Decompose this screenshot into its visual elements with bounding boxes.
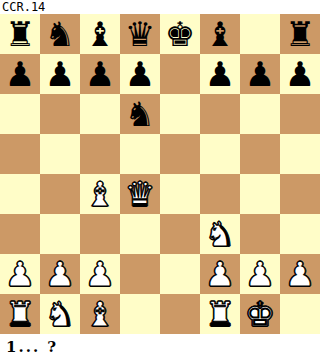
square-h7[interactable]: ♟	[280, 54, 320, 94]
square-b4[interactable]	[40, 174, 80, 214]
square-f3[interactable]: ♞	[200, 214, 240, 254]
black-pawn: ♟	[285, 54, 315, 94]
square-b7[interactable]: ♟	[40, 54, 80, 94]
white-king: ♚	[245, 294, 275, 334]
square-c8[interactable]: ♝	[80, 14, 120, 54]
square-f7[interactable]: ♟	[200, 54, 240, 94]
square-c6[interactable]	[80, 94, 120, 134]
square-g7[interactable]: ♟	[240, 54, 280, 94]
square-a2[interactable]: ♟	[0, 254, 40, 294]
diagram-footer: 1... ?	[0, 334, 320, 360]
square-g1[interactable]: ♚	[240, 294, 280, 334]
white-knight: ♞	[205, 214, 235, 254]
black-pawn: ♟	[125, 54, 155, 94]
white-rook: ♜	[205, 294, 235, 334]
square-a1[interactable]: ♜	[0, 294, 40, 334]
white-queen: ♛	[125, 174, 155, 214]
black-knight: ♞	[125, 94, 155, 134]
square-f6[interactable]	[200, 94, 240, 134]
diagram-header: CCR.14	[0, 0, 320, 14]
black-bishop: ♝	[205, 14, 235, 54]
square-a7[interactable]: ♟	[0, 54, 40, 94]
black-rook: ♜	[285, 14, 315, 54]
square-g6[interactable]	[240, 94, 280, 134]
square-d8[interactable]: ♛	[120, 14, 160, 54]
square-g4[interactable]	[240, 174, 280, 214]
square-c7[interactable]: ♟	[80, 54, 120, 94]
square-e4[interactable]	[160, 174, 200, 214]
square-f4[interactable]	[200, 174, 240, 214]
square-d1[interactable]	[120, 294, 160, 334]
white-knight: ♞	[45, 294, 75, 334]
square-b8[interactable]: ♞	[40, 14, 80, 54]
square-h3[interactable]	[280, 214, 320, 254]
black-knight: ♞	[45, 14, 75, 54]
white-pawn: ♟	[245, 254, 275, 294]
square-f5[interactable]	[200, 134, 240, 174]
black-pawn: ♟	[245, 54, 275, 94]
square-h4[interactable]	[280, 174, 320, 214]
square-h8[interactable]: ♜	[280, 14, 320, 54]
square-e1[interactable]	[160, 294, 200, 334]
white-pawn: ♟	[45, 254, 75, 294]
white-pawn: ♟	[285, 254, 315, 294]
black-pawn: ♟	[85, 54, 115, 94]
move-prompt: 1... ?	[6, 338, 58, 356]
square-c1[interactable]: ♝	[80, 294, 120, 334]
white-pawn: ♟	[5, 254, 35, 294]
square-d7[interactable]: ♟	[120, 54, 160, 94]
black-queen: ♛	[125, 14, 155, 54]
black-king: ♚	[165, 14, 195, 54]
square-g8[interactable]	[240, 14, 280, 54]
square-h1[interactable]	[280, 294, 320, 334]
square-c3[interactable]	[80, 214, 120, 254]
square-d3[interactable]	[120, 214, 160, 254]
square-g3[interactable]	[240, 214, 280, 254]
square-a3[interactable]	[0, 214, 40, 254]
square-a8[interactable]: ♜	[0, 14, 40, 54]
square-b6[interactable]	[40, 94, 80, 134]
square-g5[interactable]	[240, 134, 280, 174]
square-b1[interactable]: ♞	[40, 294, 80, 334]
square-b5[interactable]	[40, 134, 80, 174]
white-rook: ♜	[5, 294, 35, 334]
white-bishop: ♝	[85, 174, 115, 214]
white-pawn: ♟	[85, 254, 115, 294]
black-pawn: ♟	[205, 54, 235, 94]
square-h5[interactable]	[280, 134, 320, 174]
square-g2[interactable]: ♟	[240, 254, 280, 294]
square-e7[interactable]	[160, 54, 200, 94]
square-c2[interactable]: ♟	[80, 254, 120, 294]
square-a6[interactable]	[0, 94, 40, 134]
square-h6[interactable]	[280, 94, 320, 134]
square-e5[interactable]	[160, 134, 200, 174]
square-d6[interactable]: ♞	[120, 94, 160, 134]
black-rook: ♜	[5, 14, 35, 54]
diagram-title: CCR.14	[2, 0, 45, 14]
square-e2[interactable]	[160, 254, 200, 294]
black-bishop: ♝	[85, 14, 115, 54]
chess-board: ♜♞♝♛♚♝♜♟♟♟♟♟♟♟♞♝♛♞♟♟♟♟♟♟♜♞♝♜♚	[0, 14, 320, 334]
square-c5[interactable]	[80, 134, 120, 174]
square-e8[interactable]: ♚	[160, 14, 200, 54]
square-a4[interactable]	[0, 174, 40, 214]
square-f8[interactable]: ♝	[200, 14, 240, 54]
square-d2[interactable]	[120, 254, 160, 294]
square-d5[interactable]	[120, 134, 160, 174]
square-e6[interactable]	[160, 94, 200, 134]
white-pawn: ♟	[205, 254, 235, 294]
square-a5[interactable]	[0, 134, 40, 174]
square-b3[interactable]	[40, 214, 80, 254]
square-c4[interactable]: ♝	[80, 174, 120, 214]
white-bishop: ♝	[85, 294, 115, 334]
square-h2[interactable]: ♟	[280, 254, 320, 294]
black-pawn: ♟	[5, 54, 35, 94]
square-e3[interactable]	[160, 214, 200, 254]
black-pawn: ♟	[45, 54, 75, 94]
square-f2[interactable]: ♟	[200, 254, 240, 294]
square-d4[interactable]: ♛	[120, 174, 160, 214]
square-b2[interactable]: ♟	[40, 254, 80, 294]
square-f1[interactable]: ♜	[200, 294, 240, 334]
